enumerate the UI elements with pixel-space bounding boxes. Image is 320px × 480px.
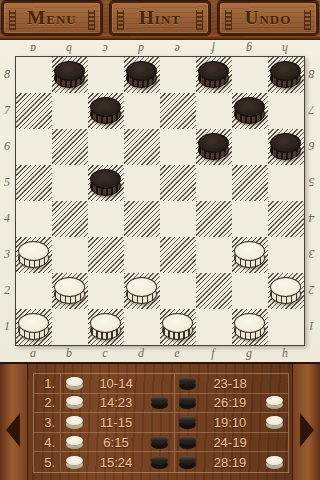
- file-label-top-a: a: [15, 41, 51, 56]
- move-history-panel: 1.10-1423-182.14:2326:193.11-1519:104.6:…: [0, 362, 320, 480]
- board-grid: [15, 56, 305, 346]
- black-capture-cell: [260, 413, 288, 432]
- square-e4[interactable]: [160, 201, 196, 237]
- rank-label-right-6: 6: [304, 128, 319, 164]
- white-move-text: 11-15: [87, 413, 145, 432]
- white-man[interactable]: [270, 277, 301, 304]
- move-row-5: 5.15:2428:19: [34, 452, 288, 472]
- carved-ornament-icon: [9, 10, 16, 30]
- rank-label-left-2: 2: [0, 272, 14, 308]
- rank-label-left-4: 4: [0, 200, 14, 236]
- file-label-bottom-h: h: [267, 346, 303, 361]
- square-h5[interactable]: [268, 165, 304, 201]
- square-d2[interactable]: [124, 273, 160, 309]
- move-table: 1.10-1423-182.14:2326:193.11-1519:104.6:…: [33, 373, 289, 473]
- rank-label-right-3: 3: [304, 236, 319, 272]
- square-c8[interactable]: [88, 57, 124, 93]
- white-man[interactable]: [90, 313, 121, 340]
- hint-button[interactable]: Hint: [110, 1, 210, 35]
- square-a1[interactable]: [16, 309, 52, 345]
- file-label-top-d: d: [123, 41, 159, 56]
- move-number: 2.: [34, 394, 61, 413]
- square-d4[interactable]: [124, 201, 160, 237]
- hint-button-label: Hint: [139, 7, 181, 29]
- square-f5[interactable]: [196, 165, 232, 201]
- piece-top: [54, 61, 85, 81]
- square-h4[interactable]: [268, 201, 304, 237]
- black-capture-cell: [260, 433, 288, 452]
- black-move-text: 26:19: [200, 394, 260, 413]
- white-man[interactable]: [18, 313, 49, 340]
- square-g7[interactable]: [232, 93, 268, 129]
- square-f6[interactable]: [196, 129, 232, 165]
- square-h8[interactable]: [268, 57, 304, 93]
- white-piece-icon: [66, 396, 83, 409]
- white-piece-icon-cell: [61, 413, 87, 432]
- white-capture-cell: [145, 452, 174, 472]
- black-capture-cell: [260, 394, 288, 413]
- piece-top: [270, 133, 301, 153]
- square-c2[interactable]: [88, 273, 124, 309]
- white-piece-icon: [66, 456, 83, 469]
- captured-black-piece-icon: [151, 436, 168, 449]
- square-d6[interactable]: [124, 129, 160, 165]
- file-label-bottom-e: e: [159, 346, 195, 361]
- square-e5[interactable]: [160, 165, 196, 201]
- white-capture-cell: [145, 374, 174, 393]
- piece-top: [18, 313, 49, 333]
- black-piece-icon-cell: [174, 413, 200, 432]
- white-move-text: 14:23: [87, 394, 145, 413]
- square-g3[interactable]: [232, 237, 268, 273]
- square-c3[interactable]: [88, 237, 124, 273]
- square-f4[interactable]: [196, 201, 232, 237]
- square-e8[interactable]: [160, 57, 196, 93]
- square-f3[interactable]: [196, 237, 232, 273]
- carved-ornament-icon: [225, 10, 232, 30]
- square-d3[interactable]: [124, 237, 160, 273]
- black-piece-icon-cell: [174, 433, 200, 452]
- white-piece-icon: [66, 377, 83, 390]
- square-d7[interactable]: [124, 93, 160, 129]
- square-b6[interactable]: [52, 129, 88, 165]
- piece-top: [234, 313, 265, 333]
- black-capture-cell: [260, 374, 288, 393]
- black-piece-icon-cell: [174, 452, 200, 472]
- undo-button-label: Undo: [245, 7, 292, 29]
- undo-button[interactable]: Undo: [218, 1, 318, 35]
- black-man[interactable]: [234, 97, 265, 124]
- piece-top: [126, 277, 157, 297]
- toolbar: Menu Hint Undo: [0, 0, 320, 40]
- file-label-top-f: f: [195, 41, 231, 56]
- black-move-text: 19:10: [200, 413, 260, 432]
- rank-label-left-5: 5: [0, 164, 14, 200]
- move-row-1: 1.10-1423-18: [34, 374, 288, 394]
- file-label-bottom-b: b: [51, 346, 87, 361]
- white-capture-cell: [145, 413, 174, 432]
- square-b7[interactable]: [52, 93, 88, 129]
- file-label-top-h: h: [267, 41, 303, 56]
- black-capture-cell: [260, 452, 288, 472]
- black-piece-icon: [179, 396, 196, 409]
- square-a3[interactable]: [16, 237, 52, 273]
- rank-label-right-1: 1: [304, 308, 319, 344]
- white-man[interactable]: [162, 313, 193, 340]
- black-man[interactable]: [198, 133, 229, 160]
- piece-top: [54, 277, 85, 297]
- white-piece-icon-cell: [61, 433, 87, 452]
- next-moves-arrow-icon[interactable]: [300, 413, 314, 447]
- white-capture-cell: [145, 433, 174, 452]
- move-number: 1.: [34, 374, 61, 393]
- square-b3[interactable]: [52, 237, 88, 273]
- black-piece-icon: [179, 377, 196, 390]
- captured-black-piece-icon: [151, 396, 168, 409]
- square-g6[interactable]: [232, 129, 268, 165]
- white-man[interactable]: [18, 241, 49, 268]
- captured-black-piece-icon: [151, 456, 168, 469]
- white-man[interactable]: [54, 277, 85, 304]
- white-man[interactable]: [234, 313, 265, 340]
- piece-top: [234, 97, 265, 117]
- file-label-bottom-a: a: [15, 346, 51, 361]
- file-label-bottom-f: f: [195, 346, 231, 361]
- file-label-bottom-d: d: [123, 346, 159, 361]
- square-h7[interactable]: [268, 93, 304, 129]
- file-label-top-c: c: [87, 41, 123, 56]
- square-a4[interactable]: [16, 201, 52, 237]
- black-man[interactable]: [126, 61, 157, 88]
- rank-label-left-8: 8: [0, 56, 14, 92]
- square-c5[interactable]: [88, 165, 124, 201]
- menu-button-label: Menu: [27, 7, 76, 29]
- square-a5[interactable]: [16, 165, 52, 201]
- square-a2[interactable]: [16, 273, 52, 309]
- white-piece-icon-cell: [61, 452, 87, 472]
- square-f1[interactable]: [196, 309, 232, 345]
- file-label-top-g: g: [231, 41, 267, 56]
- rank-label-left-3: 3: [0, 236, 14, 272]
- square-e1[interactable]: [160, 309, 196, 345]
- white-piece-icon-cell: [61, 374, 87, 393]
- rank-label-right-2: 2: [304, 272, 319, 308]
- rank-label-left-7: 7: [0, 92, 14, 128]
- piece-top: [162, 313, 193, 333]
- square-b8[interactable]: [52, 57, 88, 93]
- black-move-text: 24-19: [200, 433, 260, 452]
- square-f8[interactable]: [196, 57, 232, 93]
- black-piece-icon: [179, 436, 196, 449]
- square-b1[interactable]: [52, 309, 88, 345]
- white-man[interactable]: [234, 241, 265, 268]
- white-man[interactable]: [126, 277, 157, 304]
- carved-ornament-icon: [117, 10, 124, 30]
- square-h2[interactable]: [268, 273, 304, 309]
- captured-white-piece-icon: [266, 416, 283, 429]
- square-d1[interactable]: [124, 309, 160, 345]
- white-capture-cell: [145, 394, 174, 413]
- piece-top: [198, 133, 229, 153]
- rank-label-right-4: 4: [304, 200, 319, 236]
- carved-ornament-icon: [88, 10, 95, 30]
- black-piece-icon: [179, 416, 196, 429]
- piece-top: [270, 277, 301, 297]
- menu-button[interactable]: Menu: [2, 1, 102, 35]
- square-b4[interactable]: [52, 201, 88, 237]
- black-move-text: 28:19: [200, 452, 260, 472]
- file-label-bottom-g: g: [231, 346, 267, 361]
- captured-white-piece-icon: [266, 396, 283, 409]
- move-number: 3.: [34, 413, 61, 432]
- white-move-text: 6:15: [87, 433, 145, 452]
- black-man[interactable]: [90, 169, 121, 196]
- black-man[interactable]: [54, 61, 85, 88]
- rank-label-left-1: 1: [0, 308, 14, 344]
- piece-top: [234, 241, 265, 261]
- square-g1[interactable]: [232, 309, 268, 345]
- white-move-text: 15:24: [87, 452, 145, 472]
- move-number: 4.: [34, 433, 61, 452]
- white-piece-icon: [66, 416, 83, 429]
- black-man[interactable]: [270, 61, 301, 88]
- piece-top: [18, 241, 49, 261]
- file-label-bottom-c: c: [87, 346, 123, 361]
- square-g2[interactable]: [232, 273, 268, 309]
- square-f2[interactable]: [196, 273, 232, 309]
- square-e3[interactable]: [160, 237, 196, 273]
- square-h6[interactable]: [268, 129, 304, 165]
- square-e7[interactable]: [160, 93, 196, 129]
- square-b5[interactable]: [52, 165, 88, 201]
- black-man[interactable]: [198, 61, 229, 88]
- rank-label-right-8: 8: [304, 56, 319, 92]
- black-piece-icon-cell: [174, 394, 200, 413]
- white-piece-icon-cell: [61, 394, 87, 413]
- black-move-text: 23-18: [200, 374, 260, 393]
- white-piece-icon: [66, 436, 83, 449]
- captured-white-piece-icon: [266, 456, 283, 469]
- move-row-2: 2.14:2326:19: [34, 394, 288, 414]
- square-g4[interactable]: [232, 201, 268, 237]
- piece-top: [90, 169, 121, 189]
- black-piece-icon-cell: [174, 374, 200, 393]
- carved-ornament-icon: [304, 10, 311, 30]
- square-h1[interactable]: [268, 309, 304, 345]
- square-a6[interactable]: [16, 129, 52, 165]
- square-g8[interactable]: [232, 57, 268, 93]
- prev-moves-arrow-icon[interactable]: [6, 413, 20, 447]
- square-c1[interactable]: [88, 309, 124, 345]
- black-man[interactable]: [270, 133, 301, 160]
- black-man[interactable]: [90, 97, 121, 124]
- square-f7[interactable]: [196, 93, 232, 129]
- piece-top: [90, 97, 121, 117]
- rank-label-left-6: 6: [0, 128, 14, 164]
- square-c7[interactable]: [88, 93, 124, 129]
- square-a7[interactable]: [16, 93, 52, 129]
- black-piece-icon: [179, 456, 196, 469]
- square-b2[interactable]: [52, 273, 88, 309]
- piece-top: [90, 313, 121, 333]
- move-row-4: 4.6:1524-19: [34, 433, 288, 453]
- square-d8[interactable]: [124, 57, 160, 93]
- board-area: aabbccddeeffgghh8877665544332211: [0, 40, 320, 362]
- file-label-top-e: e: [159, 41, 195, 56]
- square-e2[interactable]: [160, 273, 196, 309]
- square-e6[interactable]: [160, 129, 196, 165]
- file-label-top-b: b: [51, 41, 87, 56]
- piece-top: [198, 61, 229, 81]
- square-g5[interactable]: [232, 165, 268, 201]
- rank-label-right-5: 5: [304, 164, 319, 200]
- piece-top: [126, 61, 157, 81]
- square-c6[interactable]: [88, 129, 124, 165]
- square-d5[interactable]: [124, 165, 160, 201]
- move-row-3: 3.11-1519:10: [34, 413, 288, 433]
- square-h3[interactable]: [268, 237, 304, 273]
- rank-label-right-7: 7: [304, 92, 319, 128]
- square-a8[interactable]: [16, 57, 52, 93]
- square-c4[interactable]: [88, 201, 124, 237]
- white-move-text: 10-14: [87, 374, 145, 393]
- move-number: 5.: [34, 452, 61, 472]
- carved-ornament-icon: [196, 10, 203, 30]
- piece-top: [270, 61, 301, 81]
